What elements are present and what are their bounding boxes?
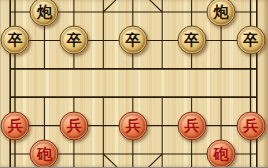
piece-black-soldier-g3[interactable]: 卒 [177, 26, 206, 55]
piece-red-soldier-c6[interactable]: 兵 [59, 111, 88, 140]
piece-black-soldier-e3[interactable]: 卒 [118, 26, 147, 55]
piece-black-soldier-i3[interactable]: 卒 [236, 26, 265, 55]
piece-red-soldier-g6[interactable]: 兵 [177, 111, 206, 140]
xiangqi-board[interactable]: 炮炮卒卒卒卒卒兵兵兵兵兵砲砲 [0, 0, 268, 167]
piece-red-soldier-i6[interactable]: 兵 [236, 111, 265, 140]
piece-red-soldier-a6[interactable]: 兵 [1, 111, 30, 140]
piece-black-soldier-c3[interactable]: 卒 [59, 26, 88, 55]
piece-red-soldier-e6[interactable]: 兵 [118, 111, 147, 140]
piece-red-cannon-h7[interactable]: 砲 [207, 140, 236, 168]
piece-black-soldier-a3[interactable]: 卒 [1, 26, 30, 55]
piece-red-cannon-b7[interactable]: 砲 [30, 140, 59, 168]
